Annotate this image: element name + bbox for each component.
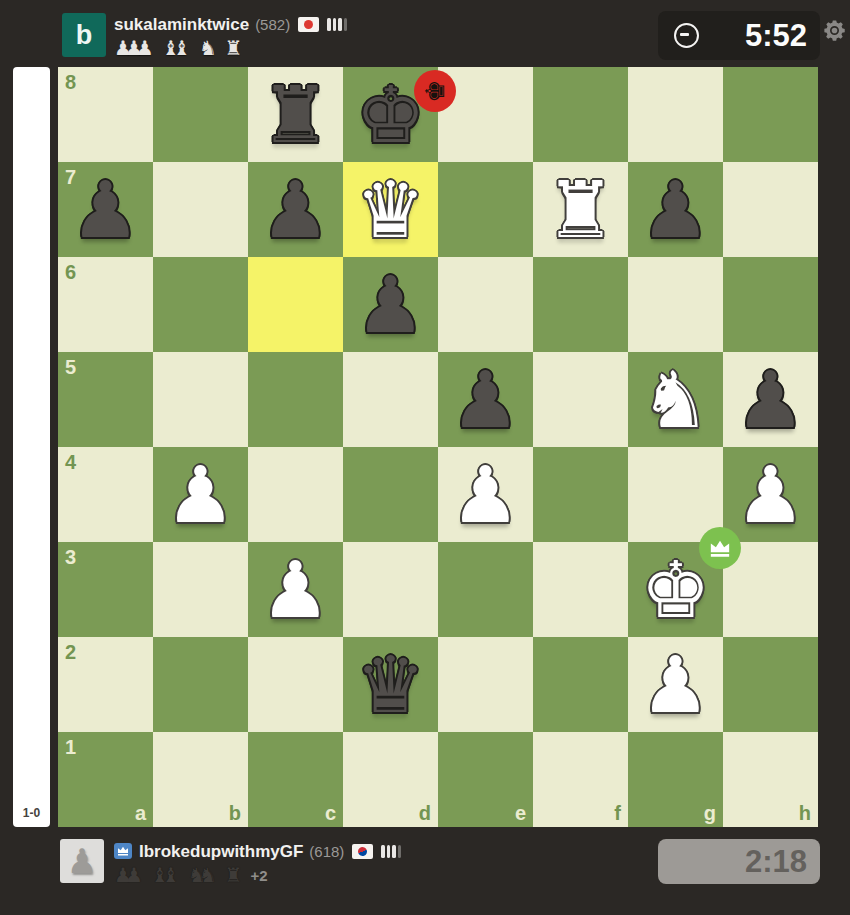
- square-g3[interactable]: ♚: [628, 542, 723, 637]
- square-f5[interactable]: [533, 352, 628, 447]
- piece-black-pawn[interactable]: ♟: [248, 162, 343, 257]
- piece-white-queen[interactable]: ♛: [343, 162, 438, 257]
- file-label-c: c: [325, 803, 336, 823]
- square-f2[interactable]: [533, 637, 628, 732]
- captured-knights-icon: ♞: [199, 38, 217, 58]
- piece-white-pawn[interactable]: ♟: [248, 542, 343, 637]
- square-a5[interactable]: 5: [58, 352, 153, 447]
- square-f1[interactable]: f: [533, 732, 628, 827]
- square-e5[interactable]: ♟: [438, 352, 533, 447]
- square-d3[interactable]: [343, 542, 438, 637]
- square-b5[interactable]: [153, 352, 248, 447]
- square-d7[interactable]: ♛: [343, 162, 438, 257]
- square-f3[interactable]: [533, 542, 628, 637]
- membership-crown-icon: [114, 843, 132, 859]
- square-d1[interactable]: d: [343, 732, 438, 827]
- square-d4[interactable]: [343, 447, 438, 542]
- square-g7[interactable]: ♟: [628, 162, 723, 257]
- piece-white-pawn[interactable]: ♟: [153, 447, 248, 542]
- square-g4[interactable]: [628, 447, 723, 542]
- captured-bishops-icon: ♝♝: [162, 38, 191, 58]
- square-b7[interactable]: [153, 162, 248, 257]
- piece-black-queen[interactable]: ♛: [343, 637, 438, 732]
- square-e4[interactable]: ♟: [438, 447, 533, 542]
- captured-bishops-icon: ♝♝: [151, 865, 180, 885]
- japan-flag-dot: [304, 20, 313, 29]
- file-label-e: e: [515, 803, 526, 823]
- square-h1[interactable]: h: [723, 732, 818, 827]
- top-player-avatar[interactable]: b: [62, 13, 106, 57]
- rank-label-2: 2: [65, 642, 76, 662]
- rank-label-4: 4: [65, 452, 76, 472]
- captured-rooks-icon: ♜: [225, 865, 243, 885]
- square-h6[interactable]: [723, 257, 818, 352]
- square-a7[interactable]: 7♟: [58, 162, 153, 257]
- square-g8[interactable]: [628, 67, 723, 162]
- japan-flag-icon: [298, 17, 319, 32]
- file-label-g: g: [704, 803, 716, 823]
- square-g6[interactable]: [628, 257, 723, 352]
- file-label-a: a: [135, 803, 146, 823]
- square-f6[interactable]: [533, 257, 628, 352]
- square-a6[interactable]: 6: [58, 257, 153, 352]
- fallen-king-icon: ♚: [422, 79, 448, 102]
- eval-score: 1-0: [23, 806, 40, 820]
- square-b8[interactable]: [153, 67, 248, 162]
- piece-white-pawn[interactable]: ♟: [628, 637, 723, 732]
- rank-label-1: 1: [65, 737, 76, 757]
- square-b2[interactable]: [153, 637, 248, 732]
- top-player-rating: (582): [255, 16, 290, 33]
- square-c5[interactable]: [248, 352, 343, 447]
- square-g1[interactable]: g: [628, 732, 723, 827]
- square-d8[interactable]: ♚♚: [343, 67, 438, 162]
- square-e6[interactable]: [438, 257, 533, 352]
- bottom-player-avatar[interactable]: ♟: [60, 839, 104, 883]
- square-e3[interactable]: [438, 542, 533, 637]
- top-clock-time: 5:52: [699, 18, 820, 54]
- piece-black-pawn[interactable]: ♟: [438, 352, 533, 447]
- chess-board[interactable]: 8♜♚♚7♟♟♛♜♟6♟5♟♞♟4♟♟♟3♟♚2♛♟1abcdefgh: [58, 67, 818, 827]
- square-d2[interactable]: ♛: [343, 637, 438, 732]
- captured-knights-icon: ♞♞: [188, 865, 217, 885]
- square-a4[interactable]: 4: [58, 447, 153, 542]
- winner-crown-badge-icon: [699, 527, 741, 569]
- piece-black-pawn[interactable]: ♟: [58, 162, 153, 257]
- square-f4[interactable]: [533, 447, 628, 542]
- top-player-clock: 5:52: [658, 11, 820, 60]
- captured-rooks-icon: ♜: [225, 38, 243, 58]
- material-advantage: +2: [251, 867, 268, 884]
- no-increment-icon: [674, 23, 699, 48]
- square-c1[interactable]: c: [248, 732, 343, 827]
- square-e2[interactable]: [438, 637, 533, 732]
- square-e1[interactable]: e: [438, 732, 533, 827]
- captured-pawns-icon: ♟♟♟: [114, 38, 154, 58]
- piece-white-pawn[interactable]: ♟: [723, 447, 818, 542]
- piece-black-rook[interactable]: ♜: [248, 67, 343, 162]
- file-label-f: f: [614, 803, 621, 823]
- piece-black-pawn[interactable]: ♟: [628, 162, 723, 257]
- bottom-clock-time: 2:18: [658, 844, 820, 880]
- square-h5[interactable]: ♟: [723, 352, 818, 447]
- file-label-d: d: [419, 803, 431, 823]
- default-avatar-pawn-icon: ♟: [67, 844, 97, 878]
- square-f8[interactable]: [533, 67, 628, 162]
- square-b4[interactable]: ♟: [153, 447, 248, 542]
- square-c8[interactable]: ♜: [248, 67, 343, 162]
- evaluation-bar[interactable]: 1-0: [13, 67, 50, 827]
- square-c4[interactable]: [248, 447, 343, 542]
- piece-black-pawn[interactable]: ♟: [343, 257, 438, 352]
- square-h2[interactable]: [723, 637, 818, 732]
- bottom-captured-pieces: ♟♟♝♝♞♞♜+2: [114, 864, 403, 886]
- square-c2[interactable]: [248, 637, 343, 732]
- rank-label-3: 3: [65, 547, 76, 567]
- south-korea-flag-icon: [352, 844, 373, 859]
- square-c6[interactable]: [248, 257, 343, 352]
- square-g5[interactable]: ♞: [628, 352, 723, 447]
- connection-bars-icon: [327, 18, 349, 31]
- piece-white-pawn[interactable]: ♟: [438, 447, 533, 542]
- rank-label-8: 8: [65, 72, 76, 92]
- top-avatar-letter: b: [76, 20, 93, 51]
- rank-label-5: 5: [65, 357, 76, 377]
- square-d6[interactable]: ♟: [343, 257, 438, 352]
- square-h8[interactable]: [723, 67, 818, 162]
- square-f7[interactable]: ♜: [533, 162, 628, 257]
- connection-bars-icon: [381, 845, 403, 858]
- checkmate-badge-icon: ♚: [414, 70, 456, 112]
- square-c3[interactable]: ♟: [248, 542, 343, 637]
- square-h4[interactable]: ♟: [723, 447, 818, 542]
- settings-gear-icon[interactable]: [821, 17, 848, 44]
- piece-white-knight[interactable]: ♞: [628, 352, 723, 447]
- piece-white-rook[interactable]: ♜: [533, 162, 628, 257]
- square-g2[interactable]: ♟: [628, 637, 723, 732]
- bottom-player-rating: (618): [309, 843, 344, 860]
- square-e7[interactable]: [438, 162, 533, 257]
- bottom-player-username[interactable]: IbrokedupwithmyGF: [139, 843, 303, 860]
- square-a3[interactable]: 3: [58, 542, 153, 637]
- top-player-username[interactable]: sukalaminktwice: [114, 16, 249, 33]
- square-h7[interactable]: [723, 162, 818, 257]
- square-d5[interactable]: [343, 352, 438, 447]
- square-b1[interactable]: b: [153, 732, 248, 827]
- square-c7[interactable]: ♟: [248, 162, 343, 257]
- rank-label-6: 6: [65, 262, 76, 282]
- square-a2[interactable]: 2: [58, 637, 153, 732]
- square-b3[interactable]: [153, 542, 248, 637]
- file-label-b: b: [229, 803, 241, 823]
- file-label-h: h: [799, 803, 811, 823]
- captured-pawns-icon: ♟♟: [114, 865, 143, 885]
- piece-black-pawn[interactable]: ♟: [723, 352, 818, 447]
- bottom-player-clock: 2:18: [658, 839, 820, 884]
- south-korea-taeguk: [357, 845, 369, 857]
- square-a8[interactable]: 8: [58, 67, 153, 162]
- top-captured-pieces: ♟♟♟♝♝♞♜: [114, 37, 349, 59]
- square-b6[interactable]: [153, 257, 248, 352]
- square-a1[interactable]: 1a: [58, 732, 153, 827]
